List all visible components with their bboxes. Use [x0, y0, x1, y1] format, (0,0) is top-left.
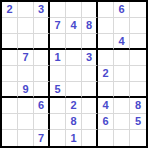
cell-r8c7[interactable]: 6 — [98, 114, 114, 130]
cell-r2c7[interactable] — [98, 18, 114, 34]
cell-r9c3[interactable]: 7 — [34, 130, 50, 146]
cell-r3c1[interactable] — [2, 34, 18, 50]
cell-r8c2[interactable] — [18, 114, 34, 130]
cell-r3c9[interactable] — [130, 34, 146, 50]
cell-r4c6[interactable]: 3 — [82, 50, 98, 66]
cell-r5c2[interactable] — [18, 66, 34, 82]
cell-r9c8[interactable] — [114, 130, 130, 146]
cell-r1c8[interactable]: 6 — [114, 2, 130, 18]
cell-r1c3[interactable]: 3 — [34, 2, 50, 18]
cell-r7c9[interactable]: 8 — [130, 98, 146, 114]
cell-r5c7[interactable]: 2 — [98, 66, 114, 82]
cell-r9c9[interactable] — [130, 130, 146, 146]
cell-r9c1[interactable] — [2, 130, 18, 146]
cell-r3c8[interactable]: 4 — [114, 34, 130, 50]
cell-r6c4[interactable]: 5 — [50, 82, 66, 98]
cell-r8c8[interactable] — [114, 114, 130, 130]
cell-r6c6[interactable] — [82, 82, 98, 98]
cell-r6c3[interactable] — [34, 82, 50, 98]
sudoku-board: 2367484713295624886571 — [0, 0, 148, 148]
cell-r1c9[interactable] — [130, 2, 146, 18]
cell-r5c1[interactable] — [2, 66, 18, 82]
cell-r1c6[interactable] — [82, 2, 98, 18]
cell-r7c1[interactable] — [2, 98, 18, 114]
cell-r7c2[interactable] — [18, 98, 34, 114]
cell-r5c5[interactable] — [66, 66, 82, 82]
cell-r7c4[interactable] — [50, 98, 66, 114]
cell-r2c3[interactable] — [34, 18, 50, 34]
cell-r4c2[interactable]: 7 — [18, 50, 34, 66]
cell-r4c7[interactable] — [98, 50, 114, 66]
cell-r9c4[interactable] — [50, 130, 66, 146]
cell-r8c5[interactable]: 8 — [66, 114, 82, 130]
cell-r4c3[interactable] — [34, 50, 50, 66]
cell-r5c8[interactable] — [114, 66, 130, 82]
cell-r3c6[interactable] — [82, 34, 98, 50]
cell-r7c3[interactable]: 6 — [34, 98, 50, 114]
cell-r6c8[interactable] — [114, 82, 130, 98]
cell-r3c3[interactable] — [34, 34, 50, 50]
cell-r2c9[interactable] — [130, 18, 146, 34]
cell-r9c2[interactable] — [18, 130, 34, 146]
cell-r2c1[interactable] — [2, 18, 18, 34]
cell-r4c1[interactable] — [2, 50, 18, 66]
cell-r4c8[interactable] — [114, 50, 130, 66]
cell-r6c2[interactable]: 9 — [18, 82, 34, 98]
cell-r3c4[interactable] — [50, 34, 66, 50]
cell-r6c1[interactable] — [2, 82, 18, 98]
cell-r8c1[interactable] — [2, 114, 18, 130]
cell-r8c6[interactable] — [82, 114, 98, 130]
cell-r9c6[interactable] — [82, 130, 98, 146]
cell-r2c8[interactable] — [114, 18, 130, 34]
cell-r1c7[interactable] — [98, 2, 114, 18]
cell-r6c7[interactable] — [98, 82, 114, 98]
cell-r7c6[interactable] — [82, 98, 98, 114]
cell-r7c8[interactable] — [114, 98, 130, 114]
cell-r5c3[interactable] — [34, 66, 50, 82]
cell-r1c5[interactable] — [66, 2, 82, 18]
cell-r3c7[interactable] — [98, 34, 114, 50]
cell-r5c4[interactable] — [50, 66, 66, 82]
cell-r4c4[interactable]: 1 — [50, 50, 66, 66]
cell-r1c4[interactable] — [50, 2, 66, 18]
cell-r2c2[interactable] — [18, 18, 34, 34]
cell-r5c6[interactable] — [82, 66, 98, 82]
cell-r5c9[interactable] — [130, 66, 146, 82]
cell-r6c5[interactable] — [66, 82, 82, 98]
cell-r9c5[interactable]: 1 — [66, 130, 82, 146]
cell-r1c2[interactable] — [18, 2, 34, 18]
cell-r8c4[interactable] — [50, 114, 66, 130]
cell-r6c9[interactable] — [130, 82, 146, 98]
cell-r3c2[interactable] — [18, 34, 34, 50]
cell-r2c4[interactable]: 7 — [50, 18, 66, 34]
cell-r8c9[interactable]: 5 — [130, 114, 146, 130]
cell-r8c3[interactable] — [34, 114, 50, 130]
cell-r4c9[interactable] — [130, 50, 146, 66]
cell-r2c5[interactable]: 4 — [66, 18, 82, 34]
cell-r7c5[interactable]: 2 — [66, 98, 82, 114]
cell-r3c5[interactable] — [66, 34, 82, 50]
cell-r7c7[interactable]: 4 — [98, 98, 114, 114]
cell-r1c1[interactable]: 2 — [2, 2, 18, 18]
cell-r2c6[interactable]: 8 — [82, 18, 98, 34]
cell-r9c7[interactable] — [98, 130, 114, 146]
cell-r4c5[interactable] — [66, 50, 82, 66]
